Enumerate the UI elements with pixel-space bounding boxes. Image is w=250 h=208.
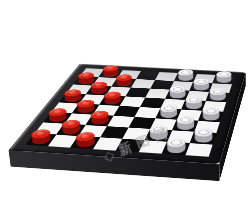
checker-piece-red[interactable] xyxy=(102,97,122,105)
checker-piece-white[interactable] xyxy=(177,74,194,81)
board-frame xyxy=(9,64,246,165)
board-square[interactable] xyxy=(86,114,114,126)
scene-background: ◇ 新图网 xyxy=(0,0,250,208)
board-square[interactable] xyxy=(198,111,223,122)
board-grid xyxy=(25,68,234,157)
board-square[interactable] xyxy=(206,92,229,102)
checker-piece-white[interactable] xyxy=(184,101,203,109)
checker-piece-white[interactable] xyxy=(148,130,169,140)
board-square[interactable] xyxy=(145,89,170,99)
checker-piece-white[interactable] xyxy=(165,143,186,153)
board-square[interactable] xyxy=(185,143,212,157)
checker-piece-white[interactable] xyxy=(175,121,195,130)
checker-piece-red[interactable] xyxy=(89,116,110,125)
checker-piece-red[interactable] xyxy=(115,79,134,86)
checker-piece-white[interactable] xyxy=(192,83,210,90)
checkers-board xyxy=(9,64,246,165)
checker-piece-white[interactable] xyxy=(159,110,179,119)
board-square[interactable] xyxy=(190,132,217,145)
board-square[interactable] xyxy=(162,142,190,156)
checker-piece-white[interactable] xyxy=(193,133,213,143)
checker-piece-white[interactable] xyxy=(201,112,220,121)
board-square[interactable] xyxy=(212,75,234,84)
checker-piece-white[interactable] xyxy=(209,93,227,101)
board-square[interactable] xyxy=(116,139,145,152)
scene-3d xyxy=(45,12,235,202)
checker-piece-white[interactable] xyxy=(215,76,232,83)
checker-piece-white[interactable] xyxy=(168,91,186,99)
